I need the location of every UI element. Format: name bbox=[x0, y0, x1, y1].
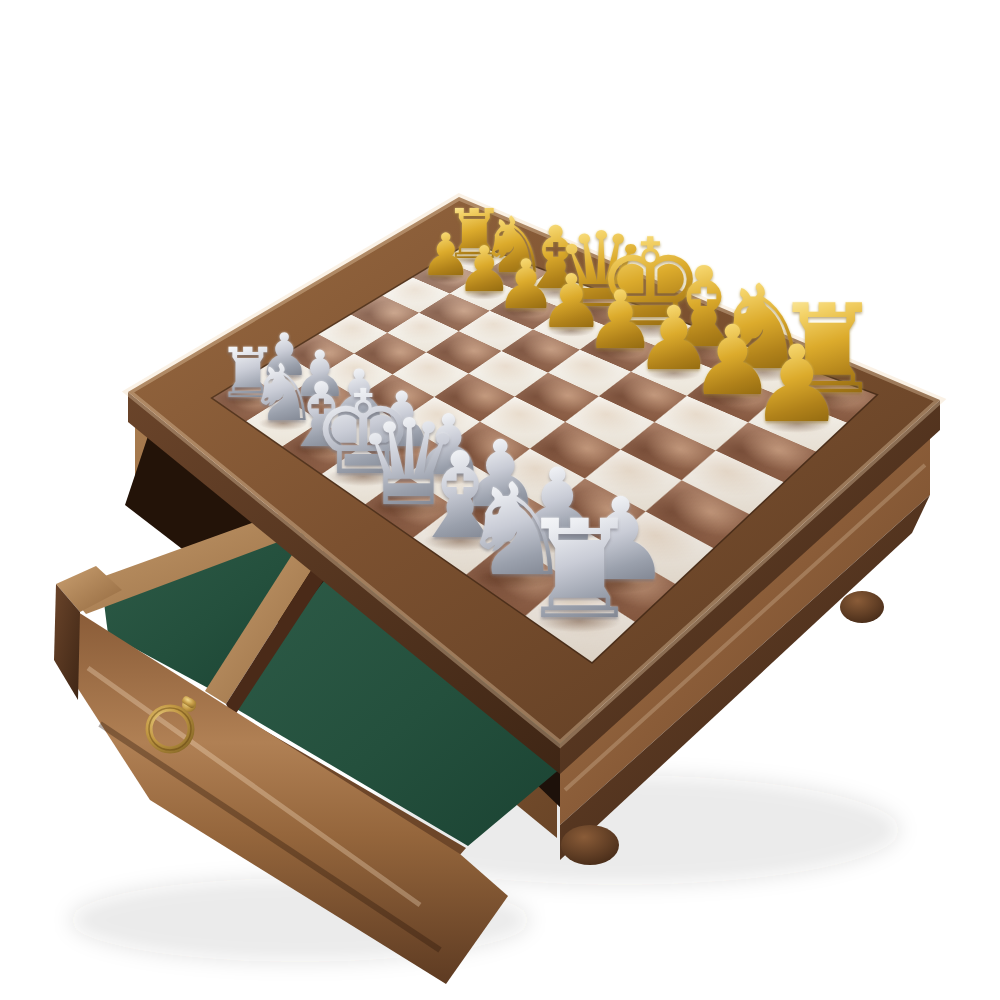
bun-foot-right bbox=[840, 591, 884, 623]
chess-set-photo: ♜♞♝♛♚♝♞♜♟♟♟♟♟♟♟♟♟♟♟♟♟♟♟♟♜♞♝♚♛♝♞♜ bbox=[0, 0, 1000, 1000]
bun-foot-near bbox=[561, 825, 619, 865]
piece-silver-rook-h1[interactable]: ♜ bbox=[518, 502, 640, 638]
piece-gold-pawn-h7[interactable]: ♟ bbox=[749, 331, 844, 437]
